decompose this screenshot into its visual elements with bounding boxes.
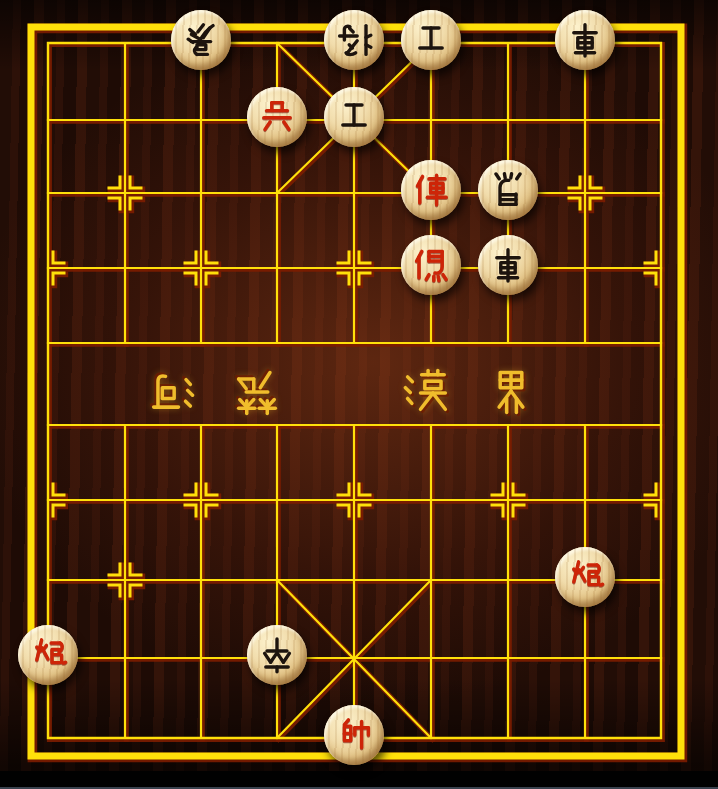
piece-layer <box>0 0 718 789</box>
piece-char-glyph <box>411 245 451 285</box>
piece-char-glyph <box>257 635 297 675</box>
piece-char-glyph <box>257 97 297 137</box>
piece-char-glyph <box>334 20 374 60</box>
piece-char-glyph <box>411 20 451 60</box>
piece-red-chariot[interactable] <box>401 160 461 220</box>
piece-red-cannon[interactable] <box>18 625 78 685</box>
xiangqi-game <box>0 0 718 789</box>
piece-red-soldier[interactable] <box>247 87 307 147</box>
piece-char-glyph <box>488 170 528 210</box>
piece-char-glyph <box>565 20 605 60</box>
piece-char-glyph <box>28 635 68 675</box>
piece-black-soldier[interactable] <box>247 625 307 685</box>
bottom-window-edge <box>0 771 718 789</box>
piece-char-glyph <box>565 557 605 597</box>
piece-char-glyph <box>488 245 528 285</box>
piece-red-horse[interactable] <box>401 235 461 295</box>
piece-black-chariot[interactable] <box>478 235 538 295</box>
piece-black-chariot[interactable] <box>555 10 615 70</box>
piece-red-cannon[interactable] <box>555 547 615 607</box>
piece-red-general[interactable] <box>324 705 384 765</box>
piece-black-advisor[interactable] <box>324 87 384 147</box>
piece-char-glyph <box>334 715 374 755</box>
piece-char-glyph <box>181 20 221 60</box>
piece-char-glyph <box>334 97 374 137</box>
piece-char-glyph <box>411 170 451 210</box>
piece-black-advisor[interactable] <box>401 10 461 70</box>
piece-black-elephant[interactable] <box>171 10 231 70</box>
piece-black-horse[interactable] <box>478 160 538 220</box>
piece-black-general[interactable] <box>324 10 384 70</box>
